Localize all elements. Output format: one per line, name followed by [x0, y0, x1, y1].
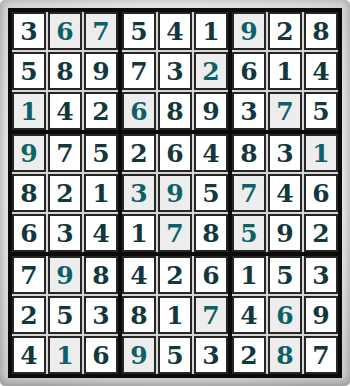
sudoku-board: 3675891425417326899286143759758216342643…	[8, 8, 342, 378]
cell-r8c6[interactable]: 7	[194, 296, 228, 334]
cell-r9c4[interactable]: 9	[122, 336, 156, 374]
cell-r1c9[interactable]: 8	[304, 12, 338, 50]
cell-r5c9[interactable]: 6	[304, 174, 338, 212]
cell-r4c2[interactable]: 7	[48, 134, 82, 172]
cell-r2c4[interactable]: 7	[122, 52, 156, 90]
cell-r9c6[interactable]: 3	[194, 336, 228, 374]
cell-r3c7[interactable]: 3	[232, 92, 266, 130]
cell-r6c4[interactable]: 1	[122, 214, 156, 252]
cell-r7c5[interactable]: 2	[158, 256, 192, 294]
cell-r2c1[interactable]: 5	[12, 52, 46, 90]
sudoku-box-9: 153469287	[232, 256, 338, 374]
cell-r8c9[interactable]: 9	[304, 296, 338, 334]
cell-r4c4[interactable]: 2	[122, 134, 156, 172]
cell-r2c5[interactable]: 3	[158, 52, 192, 90]
cell-r8c3[interactable]: 3	[84, 296, 118, 334]
cell-r2c3[interactable]: 9	[84, 52, 118, 90]
cell-r1c3[interactable]: 7	[84, 12, 118, 50]
cell-r6c1[interactable]: 6	[12, 214, 46, 252]
cell-r6c2[interactable]: 3	[48, 214, 82, 252]
sudoku-box-8: 426817953	[122, 256, 228, 374]
cell-r2c8[interactable]: 1	[268, 52, 302, 90]
cell-r9c9[interactable]: 7	[304, 336, 338, 374]
cell-r5c7[interactable]: 7	[232, 174, 266, 212]
cell-r9c1[interactable]: 4	[12, 336, 46, 374]
cell-r5c5[interactable]: 9	[158, 174, 192, 212]
cell-r3c1[interactable]: 1	[12, 92, 46, 130]
cell-r2c2[interactable]: 8	[48, 52, 82, 90]
cell-r5c8[interactable]: 4	[268, 174, 302, 212]
cell-r1c8[interactable]: 2	[268, 12, 302, 50]
cell-r9c5[interactable]: 5	[158, 336, 192, 374]
cell-r7c7[interactable]: 1	[232, 256, 266, 294]
cell-r4c3[interactable]: 5	[84, 134, 118, 172]
cell-r8c7[interactable]: 4	[232, 296, 266, 334]
cell-r5c6[interactable]: 5	[194, 174, 228, 212]
cell-r1c1[interactable]: 3	[12, 12, 46, 50]
cell-r4c6[interactable]: 4	[194, 134, 228, 172]
cell-r6c5[interactable]: 7	[158, 214, 192, 252]
cell-r6c3[interactable]: 4	[84, 214, 118, 252]
sudoku-box-7: 798253416	[12, 256, 118, 374]
cell-r3c9[interactable]: 5	[304, 92, 338, 130]
cell-r7c3[interactable]: 8	[84, 256, 118, 294]
cell-r4c7[interactable]: 8	[232, 134, 266, 172]
cell-r6c7[interactable]: 5	[232, 214, 266, 252]
cell-r2c6[interactable]: 2	[194, 52, 228, 90]
cell-r1c7[interactable]: 9	[232, 12, 266, 50]
cell-r8c1[interactable]: 2	[12, 296, 46, 334]
sudoku-box-5: 264395178	[122, 134, 228, 252]
cell-r7c1[interactable]: 7	[12, 256, 46, 294]
cell-r8c2[interactable]: 5	[48, 296, 82, 334]
cell-r1c5[interactable]: 4	[158, 12, 192, 50]
cell-r2c9[interactable]: 4	[304, 52, 338, 90]
cell-r8c8[interactable]: 6	[268, 296, 302, 334]
cell-r7c8[interactable]: 5	[268, 256, 302, 294]
cell-r4c1[interactable]: 9	[12, 134, 46, 172]
cell-r3c4[interactable]: 6	[122, 92, 156, 130]
cell-r7c6[interactable]: 6	[194, 256, 228, 294]
cell-r1c4[interactable]: 5	[122, 12, 156, 50]
cell-r6c6[interactable]: 8	[194, 214, 228, 252]
cell-r5c4[interactable]: 3	[122, 174, 156, 212]
sudoku-box-4: 975821634	[12, 134, 118, 252]
cell-r9c8[interactable]: 8	[268, 336, 302, 374]
cell-r6c8[interactable]: 9	[268, 214, 302, 252]
cell-r9c2[interactable]: 1	[48, 336, 82, 374]
cell-r5c1[interactable]: 8	[12, 174, 46, 212]
cell-r1c6[interactable]: 1	[194, 12, 228, 50]
cell-r3c2[interactable]: 4	[48, 92, 82, 130]
cell-r8c4[interactable]: 8	[122, 296, 156, 334]
cell-r9c7[interactable]: 2	[232, 336, 266, 374]
cell-r5c3[interactable]: 1	[84, 174, 118, 212]
cell-r3c6[interactable]: 9	[194, 92, 228, 130]
sudoku-box-1: 367589142	[12, 12, 118, 130]
cell-r1c2[interactable]: 6	[48, 12, 82, 50]
sudoku-box-2: 541732689	[122, 12, 228, 130]
cell-r4c9[interactable]: 1	[304, 134, 338, 172]
cell-r7c9[interactable]: 3	[304, 256, 338, 294]
page-background: 3675891425417326899286143759758216342643…	[0, 0, 350, 386]
cell-r9c3[interactable]: 6	[84, 336, 118, 374]
cell-r3c5[interactable]: 8	[158, 92, 192, 130]
cell-r3c3[interactable]: 2	[84, 92, 118, 130]
cell-r7c2[interactable]: 9	[48, 256, 82, 294]
cell-r8c5[interactable]: 1	[158, 296, 192, 334]
sudoku-box-6: 831746592	[232, 134, 338, 252]
cell-r4c5[interactable]: 6	[158, 134, 192, 172]
cell-r2c7[interactable]: 6	[232, 52, 266, 90]
cell-r7c4[interactable]: 4	[122, 256, 156, 294]
cell-r4c8[interactable]: 3	[268, 134, 302, 172]
cell-r6c9[interactable]: 2	[304, 214, 338, 252]
cell-r5c2[interactable]: 2	[48, 174, 82, 212]
sudoku-box-3: 928614375	[232, 12, 338, 130]
cell-r3c8[interactable]: 7	[268, 92, 302, 130]
